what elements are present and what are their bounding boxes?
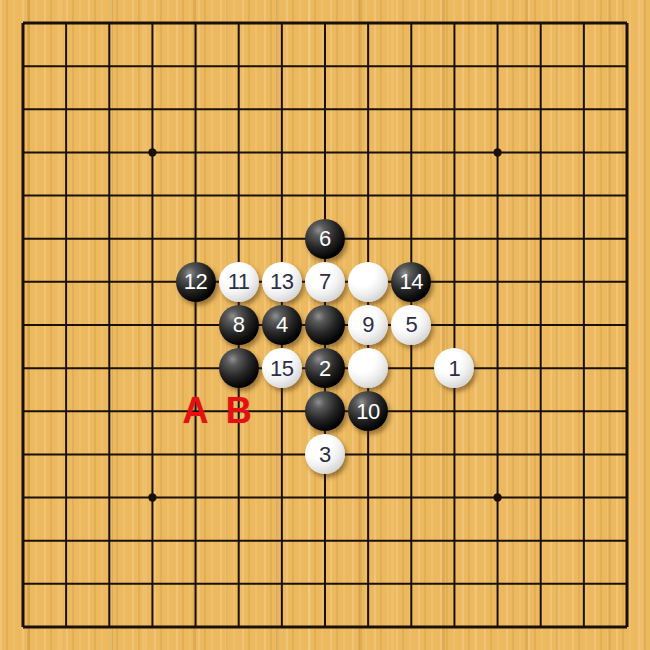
marker-A[interactable]: A: [174, 390, 217, 433]
stone-black-2: 2: [303, 347, 346, 390]
stone-black-4: 4: [260, 303, 303, 346]
black-stone: [305, 305, 345, 345]
stone-black-10: 10: [347, 390, 390, 433]
stone-black-setup: [303, 390, 346, 433]
move-number: 10: [356, 400, 379, 423]
move-number: 6: [319, 227, 331, 250]
move-number: 8: [233, 313, 245, 336]
gomoku-board[interactable]: 612111371484951521103AB: [0, 0, 650, 650]
stone-white-13: 13: [260, 260, 303, 303]
move-number: 7: [319, 270, 331, 293]
black-stone: 12: [176, 262, 216, 302]
stone-black-12: 12: [174, 260, 217, 303]
stone-white-setup: [347, 260, 390, 303]
black-stone: 8: [219, 305, 259, 345]
black-stone: 2: [305, 348, 345, 388]
black-stone: 6: [305, 219, 345, 259]
move-number: 15: [270, 357, 293, 380]
white-stone: [348, 262, 388, 302]
move-number: 4: [276, 313, 288, 336]
stone-white-7: 7: [303, 260, 346, 303]
stone-white-9: 9: [347, 303, 390, 346]
white-stone: 7: [305, 262, 345, 302]
marker-B[interactable]: B: [217, 390, 260, 433]
move-number: 2: [319, 357, 331, 380]
move-number: 13: [270, 270, 293, 293]
stone-white-1: 1: [433, 347, 476, 390]
stone-black-14: 14: [390, 260, 433, 303]
move-number: 3: [319, 443, 331, 466]
move-number: 14: [400, 270, 423, 293]
stone-black-setup: [217, 347, 260, 390]
black-stone: 14: [391, 262, 431, 302]
white-stone: 1: [434, 348, 474, 388]
white-stone: 9: [348, 305, 388, 345]
white-stone: [348, 348, 388, 388]
stone-black-setup: [303, 303, 346, 346]
stone-white-3: 3: [303, 433, 346, 476]
board-intersections[interactable]: 612111371484951521103AB: [1, 1, 648, 648]
white-stone: 13: [262, 262, 302, 302]
stone-white-11: 11: [217, 260, 260, 303]
stone-white-5: 5: [390, 303, 433, 346]
white-stone: 15: [262, 348, 302, 388]
black-stone: 10: [348, 391, 388, 431]
black-stone: [305, 391, 345, 431]
move-number: 1: [449, 357, 461, 380]
black-stone: [219, 348, 259, 388]
move-number: 11: [228, 270, 250, 293]
marker-label-A[interactable]: A: [183, 393, 209, 429]
stone-black-6: 6: [303, 217, 346, 260]
marker-label-B[interactable]: B: [226, 393, 252, 429]
white-stone: 11: [219, 262, 259, 302]
white-stone: 3: [305, 434, 345, 474]
black-stone: 4: [262, 305, 302, 345]
stone-black-8: 8: [217, 303, 260, 346]
stone-white-15: 15: [260, 347, 303, 390]
move-number: 9: [362, 313, 374, 336]
move-number: 5: [405, 313, 417, 336]
move-number: 12: [184, 270, 207, 293]
white-stone: 5: [391, 305, 431, 345]
stone-white-setup: [347, 347, 390, 390]
